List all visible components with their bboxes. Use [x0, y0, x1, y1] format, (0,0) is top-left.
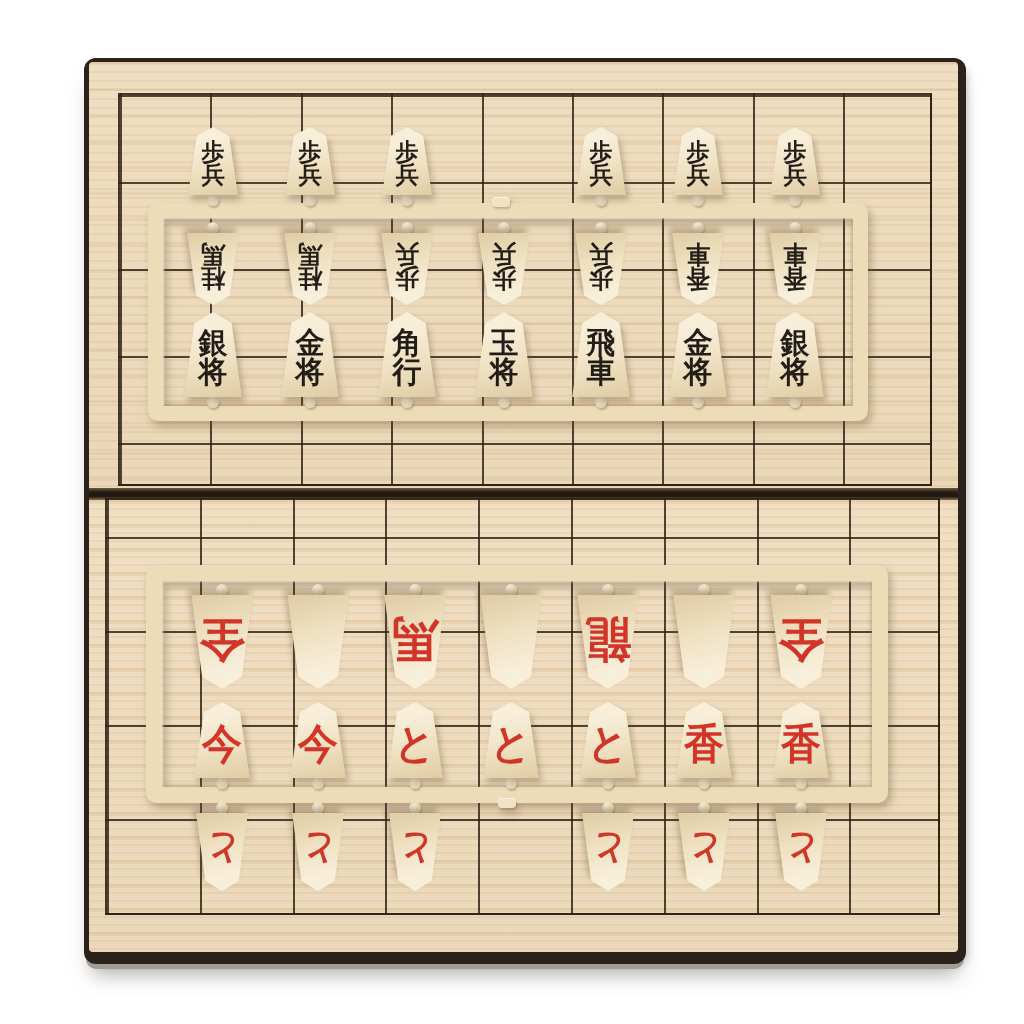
piece-kanji: 将	[199, 357, 228, 387]
piece-kanji: 兵	[784, 164, 807, 187]
piece-kanji: 香	[684, 723, 724, 764]
piece-promoted-silver[interactable]: 全	[190, 595, 254, 689]
piece-kanji: と	[301, 832, 336, 867]
piece-kanji: 将	[296, 357, 325, 387]
piece-face: 歩兵	[187, 127, 239, 195]
piece-pawn[interactable]: 歩兵	[284, 127, 336, 195]
piece-face: 今	[289, 702, 347, 778]
sprue-gate	[789, 396, 801, 408]
piece-kanji: と	[491, 723, 532, 764]
piece-kanji: 将	[490, 357, 519, 387]
piece-face: と	[195, 813, 249, 891]
piece-kanji: 将	[684, 357, 713, 387]
piece-tokin[interactable]: と	[581, 813, 635, 891]
piece-pawn[interactable]: 歩兵	[477, 233, 531, 305]
sprue-gate	[304, 396, 316, 408]
piece-bishop[interactable]: 角行	[377, 312, 437, 397]
piece-face: 香	[772, 702, 830, 778]
piece-face: 香車	[768, 233, 822, 305]
piece-face: と	[388, 813, 442, 891]
piece-face: 香	[675, 702, 733, 778]
piece-kanji: と	[588, 723, 629, 764]
piece-face: と	[482, 702, 540, 778]
sprue-gate	[692, 396, 704, 408]
sprue-gate	[401, 194, 413, 206]
piece-face: 歩兵	[769, 127, 821, 195]
piece-kanji: 香	[781, 723, 821, 764]
sprue-gate	[207, 396, 219, 408]
sprue-gate	[304, 194, 316, 206]
piece-face	[286, 595, 350, 689]
piece-kanji: と	[398, 832, 433, 867]
piece-tokin[interactable]: と	[774, 813, 828, 891]
piece-kanji: と	[687, 832, 722, 867]
piece-kanji: 龍	[585, 616, 631, 663]
sprue-gate	[498, 396, 510, 408]
piece-face: 桂馬	[186, 233, 240, 305]
piece-kanji: 兵	[299, 164, 322, 187]
sprue-gate	[409, 777, 421, 789]
piece-kanji: 行	[393, 357, 422, 387]
sprue-gate	[692, 194, 704, 206]
piece-face: 龍	[576, 595, 640, 689]
piece-tokin[interactable]: と	[195, 813, 249, 891]
piece-kanji: 全	[199, 616, 245, 663]
piece-kanji: と	[205, 832, 240, 867]
piece-tokin[interactable]: と	[482, 702, 540, 778]
piece-face: 歩兵	[672, 127, 724, 195]
piece-face: 歩兵	[381, 127, 433, 195]
sprue-gate	[595, 194, 607, 206]
piece-promoted-bishop-horse[interactable]: 馬	[383, 595, 447, 689]
piece-tokin[interactable]: と	[677, 813, 731, 891]
piece-kanji: 馬	[392, 616, 438, 663]
piece-kanji: 兵	[395, 242, 419, 266]
piece-face: 金将	[280, 312, 340, 397]
piece-face	[479, 595, 543, 689]
piece-face: 銀将	[183, 312, 243, 397]
piece-gold-blank-back[interactable]	[672, 595, 736, 689]
piece-face: と	[677, 813, 731, 891]
sprue-gate	[207, 194, 219, 206]
piece-gold[interactable]: 金将	[280, 312, 340, 397]
piece-face: 歩兵	[574, 233, 628, 305]
piece-promoted-rook-dragon[interactable]: 龍	[576, 595, 640, 689]
piece-face: 桂馬	[283, 233, 337, 305]
sprue-gate	[602, 777, 614, 789]
piece-face: と	[291, 813, 345, 891]
piece-face: 歩兵	[380, 233, 434, 305]
sprue-gate	[698, 777, 710, 789]
piece-pawn[interactable]: 歩兵	[381, 127, 433, 195]
piece-face: 玉将	[474, 312, 534, 397]
sprue-gate	[505, 777, 517, 789]
piece-tokin[interactable]: と	[291, 813, 345, 891]
piece-face: 馬	[383, 595, 447, 689]
piece-knight[interactable]: 桂馬	[283, 233, 337, 305]
piece-kanji: と	[591, 832, 626, 867]
sprue-gate	[312, 777, 324, 789]
piece-lance[interactable]: 香車	[768, 233, 822, 305]
sprue-gate	[216, 777, 228, 789]
piece-pawn[interactable]: 歩兵	[672, 127, 724, 195]
piece-face: 全	[769, 595, 833, 689]
piece-king[interactable]: 玉将	[474, 312, 534, 397]
piece-face	[672, 595, 736, 689]
piece-kanji: 今	[202, 723, 242, 764]
piece-kanji: 今	[298, 723, 338, 764]
sprue-gate	[401, 396, 413, 408]
piece-tokin[interactable]: と	[386, 702, 444, 778]
pieces-layer: 歩兵歩兵歩兵歩兵歩兵歩兵桂馬桂馬歩兵歩兵歩兵香車香車銀将金将角行玉将飛車金将銀将…	[0, 0, 1024, 1024]
piece-face: 飛車	[571, 312, 631, 397]
piece-silver[interactable]: 銀将	[183, 312, 243, 397]
piece-kanji: 将	[781, 357, 810, 387]
sprue-gate	[795, 777, 807, 789]
piece-face: と	[579, 702, 637, 778]
piece-kanji: 全	[778, 616, 824, 663]
piece-face: と	[386, 702, 444, 778]
piece-kanji: 兵	[687, 164, 710, 187]
piece-tokin[interactable]: と	[388, 813, 442, 891]
piece-face: 歩兵	[575, 127, 627, 195]
piece-promoted-lance[interactable]: 香	[772, 702, 830, 778]
piece-gold[interactable]: 金将	[668, 312, 728, 397]
piece-kanji: 馬	[298, 242, 322, 266]
piece-face: 全	[190, 595, 254, 689]
sprue-gate	[789, 194, 801, 206]
piece-face: 歩兵	[284, 127, 336, 195]
piece-face: 香車	[671, 233, 725, 305]
piece-kanji: 兵	[396, 164, 419, 187]
piece-tokin[interactable]: と	[579, 702, 637, 778]
piece-pawn[interactable]: 歩兵	[380, 233, 434, 305]
piece-kanji: 車	[587, 357, 616, 387]
piece-face: と	[774, 813, 828, 891]
piece-pawn[interactable]: 歩兵	[574, 233, 628, 305]
piece-pawn[interactable]: 歩兵	[575, 127, 627, 195]
piece-pawn[interactable]: 歩兵	[187, 127, 239, 195]
piece-lance[interactable]: 香車	[671, 233, 725, 305]
piece-face: 金将	[668, 312, 728, 397]
piece-knight[interactable]: 桂馬	[186, 233, 240, 305]
piece-silver[interactable]: 銀将	[765, 312, 825, 397]
piece-face: と	[581, 813, 635, 891]
piece-face: 角行	[377, 312, 437, 397]
piece-face: 歩兵	[477, 233, 531, 305]
piece-kanji: 兵	[590, 164, 613, 187]
piece-promoted-lance[interactable]: 香	[675, 702, 733, 778]
piece-king-blank-back[interactable]	[479, 595, 543, 689]
piece-kanji: と	[784, 832, 819, 867]
piece-promoted-silver[interactable]: 全	[769, 595, 833, 689]
piece-gold-blank-back[interactable]	[286, 595, 350, 689]
piece-kanji: 兵	[492, 242, 516, 266]
piece-promoted-knight[interactable]: 今	[193, 702, 251, 778]
piece-promoted-knight[interactable]: 今	[289, 702, 347, 778]
page-background: { "game": "shogi", "scene_title": "Foldi…	[0, 0, 1024, 1024]
piece-face: 銀将	[765, 312, 825, 397]
sprue-gate	[595, 396, 607, 408]
piece-kanji: 馬	[201, 242, 225, 266]
piece-face: 今	[193, 702, 251, 778]
piece-kanji: 兵	[202, 164, 225, 187]
piece-kanji: と	[395, 723, 436, 764]
piece-kanji: 車	[686, 242, 710, 266]
piece-pawn[interactable]: 歩兵	[769, 127, 821, 195]
piece-kanji: 車	[783, 242, 807, 266]
piece-kanji: 兵	[589, 242, 613, 266]
piece-rook[interactable]: 飛車	[571, 312, 631, 397]
